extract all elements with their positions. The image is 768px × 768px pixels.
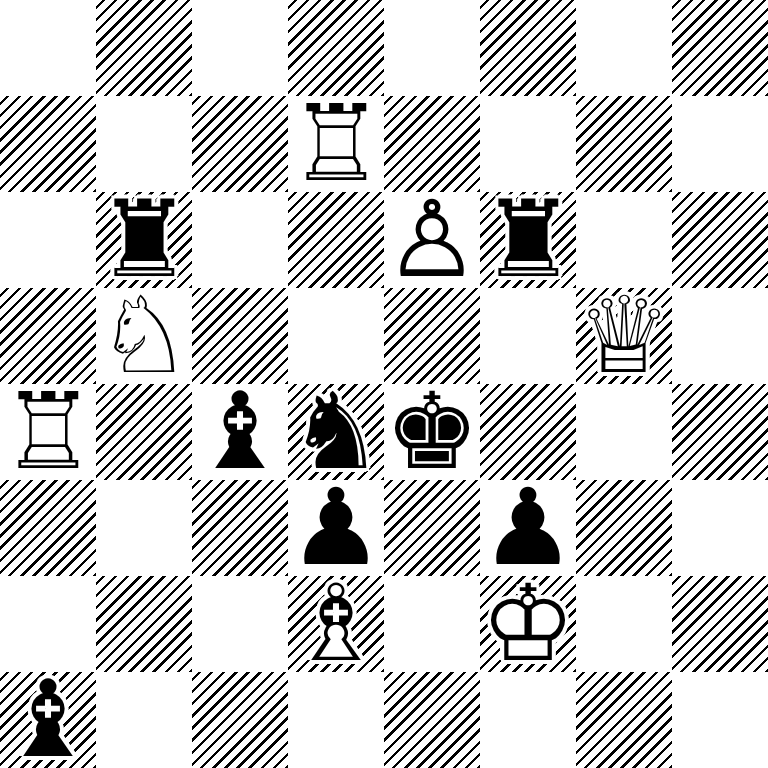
square-d3[interactable]: ♟♟ (288, 480, 384, 576)
piece-halo: ♞ (96, 288, 192, 384)
square-f7[interactable] (480, 96, 576, 192)
square-c4[interactable]: ♝♝ (192, 384, 288, 480)
square-d7[interactable]: ♜♖ (288, 96, 384, 192)
square-f2[interactable]: ♚♔ (480, 576, 576, 672)
square-a5[interactable] (0, 288, 96, 384)
square-g3[interactable] (576, 480, 672, 576)
square-d1[interactable] (288, 672, 384, 768)
square-b6[interactable]: ♜♜ (96, 192, 192, 288)
piece-halo: ♛ (576, 288, 672, 384)
square-e6[interactable]: ♟♙ (384, 192, 480, 288)
square-e7[interactable] (384, 96, 480, 192)
black-bishop-icon: ♝ (192, 384, 288, 480)
square-h2[interactable] (672, 576, 768, 672)
square-b8[interactable] (96, 0, 192, 96)
square-f6[interactable]: ♜♜ (480, 192, 576, 288)
square-a1[interactable]: ♝♝ (0, 672, 96, 768)
square-c5[interactable] (192, 288, 288, 384)
square-e3[interactable] (384, 480, 480, 576)
square-b5[interactable]: ♞♘ (96, 288, 192, 384)
piece-halo: ♚ (480, 576, 576, 672)
square-g7[interactable] (576, 96, 672, 192)
square-e8[interactable] (384, 0, 480, 96)
piece-halo: ♜ (288, 96, 384, 192)
piece-halo: ♟ (480, 480, 576, 576)
white-king-icon: ♔ (480, 576, 576, 672)
white-knight-icon: ♘ (96, 288, 192, 384)
square-h3[interactable] (672, 480, 768, 576)
piece-halo: ♝ (192, 384, 288, 480)
white-bishop-icon: ♗ (288, 576, 384, 672)
square-f8[interactable] (480, 0, 576, 96)
square-a2[interactable] (0, 576, 96, 672)
square-b7[interactable] (96, 96, 192, 192)
square-c3[interactable] (192, 480, 288, 576)
square-f3[interactable]: ♟♟ (480, 480, 576, 576)
square-a6[interactable] (0, 192, 96, 288)
black-bishop-icon: ♝ (0, 672, 96, 768)
white-rook-icon: ♖ (288, 96, 384, 192)
piece-halo: ♞ (288, 384, 384, 480)
square-c6[interactable] (192, 192, 288, 288)
black-king-icon: ♚ (384, 384, 480, 480)
square-d4[interactable]: ♞♞ (288, 384, 384, 480)
square-b2[interactable] (96, 576, 192, 672)
square-h6[interactable] (672, 192, 768, 288)
square-g1[interactable] (576, 672, 672, 768)
piece-halo: ♟ (384, 192, 480, 288)
square-f4[interactable] (480, 384, 576, 480)
square-a7[interactable] (0, 96, 96, 192)
black-pawn-icon: ♟ (480, 480, 576, 576)
square-b1[interactable] (96, 672, 192, 768)
white-pawn-icon: ♙ (384, 192, 480, 288)
square-b4[interactable] (96, 384, 192, 480)
square-g2[interactable] (576, 576, 672, 672)
piece-halo: ♜ (0, 384, 96, 480)
square-g6[interactable] (576, 192, 672, 288)
square-b3[interactable] (96, 480, 192, 576)
square-e4[interactable]: ♚♚ (384, 384, 480, 480)
square-e5[interactable] (384, 288, 480, 384)
square-d6[interactable] (288, 192, 384, 288)
square-c7[interactable] (192, 96, 288, 192)
black-pawn-icon: ♟ (288, 480, 384, 576)
black-knight-icon: ♞ (288, 384, 384, 480)
piece-halo: ♜ (96, 192, 192, 288)
square-g4[interactable] (576, 384, 672, 480)
square-d5[interactable] (288, 288, 384, 384)
piece-halo: ♝ (0, 672, 96, 768)
square-d8[interactable] (288, 0, 384, 96)
square-g5[interactable]: ♛♕ (576, 288, 672, 384)
white-queen-icon: ♕ (576, 288, 672, 384)
white-rook-icon: ♖ (0, 384, 96, 480)
square-a3[interactable] (0, 480, 96, 576)
black-rook-icon: ♜ (480, 192, 576, 288)
square-e1[interactable] (384, 672, 480, 768)
square-h8[interactable] (672, 0, 768, 96)
square-c2[interactable] (192, 576, 288, 672)
square-c1[interactable] (192, 672, 288, 768)
square-h4[interactable] (672, 384, 768, 480)
chess-board: ♜♖♜♜♟♙♜♜♞♘♛♕♜♖♝♝♞♞♚♚♟♟♟♟♝♗♚♔♝♝ (0, 0, 768, 768)
square-c8[interactable] (192, 0, 288, 96)
square-f1[interactable] (480, 672, 576, 768)
square-g8[interactable] (576, 0, 672, 96)
square-a4[interactable]: ♜♖ (0, 384, 96, 480)
piece-halo: ♝ (288, 576, 384, 672)
piece-halo: ♚ (384, 384, 480, 480)
piece-halo: ♟ (288, 480, 384, 576)
piece-halo: ♜ (480, 192, 576, 288)
square-e2[interactable] (384, 576, 480, 672)
square-f5[interactable] (480, 288, 576, 384)
square-a8[interactable] (0, 0, 96, 96)
black-rook-icon: ♜ (96, 192, 192, 288)
square-h7[interactable] (672, 96, 768, 192)
square-h1[interactable] (672, 672, 768, 768)
square-d2[interactable]: ♝♗ (288, 576, 384, 672)
square-h5[interactable] (672, 288, 768, 384)
